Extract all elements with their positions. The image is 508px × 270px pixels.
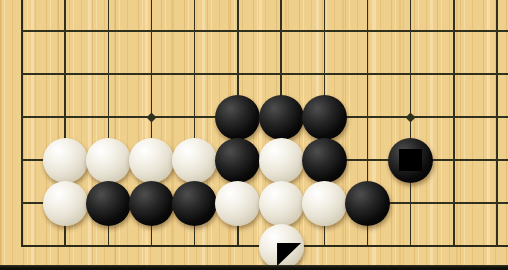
black-stone[interactable] [345, 181, 390, 226]
black-stone[interactable] [215, 138, 260, 183]
black-stone[interactable] [302, 95, 347, 140]
grid-v-line [496, 0, 498, 247]
white-stone[interactable] [215, 181, 260, 226]
grid-v-line [453, 0, 455, 247]
white-stone[interactable] [259, 138, 304, 183]
black-stone[interactable] [259, 95, 304, 140]
white-stone[interactable] [43, 138, 88, 183]
white-stone[interactable] [172, 138, 217, 183]
board-left-edge-line [21, 0, 24, 247]
go-board[interactable] [0, 0, 508, 270]
white-stone[interactable] [43, 181, 88, 226]
black-stone[interactable] [215, 95, 260, 140]
white-stone[interactable] [86, 138, 131, 183]
star-point [406, 112, 416, 122]
black-stone[interactable] [172, 181, 217, 226]
star-point [147, 112, 157, 122]
board-front-edge [0, 265, 508, 270]
black-stone[interactable] [86, 181, 131, 226]
black-stone[interactable] [302, 138, 347, 183]
white-stone[interactable] [129, 138, 174, 183]
white-stone[interactable] [259, 181, 304, 226]
go-app-screenshot [0, 0, 508, 270]
square-marker [399, 149, 422, 171]
grid-v-line [410, 0, 412, 247]
grid-h-line [21, 30, 508, 32]
grid-h-line [21, 73, 508, 75]
white-stone[interactable] [259, 224, 304, 269]
white-stone[interactable] [302, 181, 347, 226]
black-stone[interactable] [388, 138, 433, 183]
triangle-marker [277, 243, 301, 266]
black-stone[interactable] [129, 181, 174, 226]
